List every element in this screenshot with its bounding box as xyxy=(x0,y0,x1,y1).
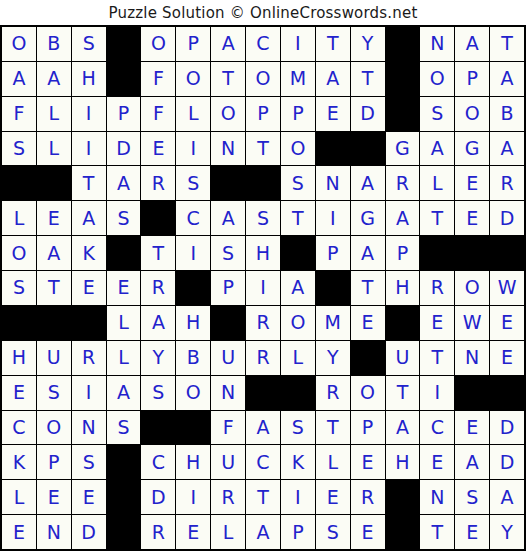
letter-cell-r6c15: D xyxy=(490,201,524,235)
letter-cell-r6c9: T xyxy=(281,201,315,235)
letter-cell-r12c9: S xyxy=(281,411,315,445)
letter-cell-r7c6: I xyxy=(176,236,210,270)
letter-cell-r2c11: T xyxy=(351,62,385,96)
black-cell-r12c6 xyxy=(176,411,210,445)
letter-cell-r9c15: E xyxy=(490,306,524,340)
letter-cell-r8c8: I xyxy=(246,271,280,305)
letter-cell-r12c14: E xyxy=(455,411,489,445)
black-cell-r9c3 xyxy=(72,306,106,340)
letter-cell-r4c2: L xyxy=(37,132,71,166)
letter-cell-r8c13: R xyxy=(420,271,454,305)
letter-cell-r8c1: S xyxy=(2,271,36,305)
letter-cell-r2c1: A xyxy=(2,62,36,96)
letter-cell-r4c15: A xyxy=(490,132,524,166)
black-cell-r7c9 xyxy=(281,236,315,270)
letter-cell-r15c13: T xyxy=(420,515,454,549)
black-cell-r9c1 xyxy=(2,306,36,340)
letter-cell-r5c4: A xyxy=(107,166,141,200)
letter-cell-r1c11: Y xyxy=(351,27,385,61)
letter-cell-r15c5: R xyxy=(141,515,175,549)
letter-cell-r9c13: E xyxy=(420,306,454,340)
letter-cell-r6c2: E xyxy=(37,201,71,235)
letter-cell-r10c12: U xyxy=(386,341,420,375)
letter-cell-r13c9: K xyxy=(281,445,315,479)
letter-cell-r15c10: S xyxy=(316,515,350,549)
letter-cell-r14c13: N xyxy=(420,480,454,514)
letter-cell-r11c7: N xyxy=(211,376,245,410)
letter-cell-r9c5: A xyxy=(141,306,175,340)
letter-cell-r4c7: N xyxy=(211,132,245,166)
letter-cell-r3c6: L xyxy=(176,97,210,131)
letter-cell-r11c13: I xyxy=(420,376,454,410)
letter-cell-r14c14: S xyxy=(455,480,489,514)
letter-cell-r3c9: P xyxy=(281,97,315,131)
letter-cell-r10c1: H xyxy=(2,341,36,375)
letter-cell-r5c13: L xyxy=(420,166,454,200)
letter-cell-r10c10: Y xyxy=(316,341,350,375)
letter-cell-r1c8: C xyxy=(246,27,280,61)
letter-cell-r4c14: G xyxy=(455,132,489,166)
letter-cell-r5c12: R xyxy=(386,166,420,200)
black-cell-r5c8 xyxy=(246,166,280,200)
letter-cell-r2c3: H xyxy=(72,62,106,96)
letter-cell-r7c2: A xyxy=(37,236,71,270)
letter-cell-r3c5: F xyxy=(141,97,175,131)
black-cell-r1c12 xyxy=(386,27,420,61)
letter-cell-r9c4: L xyxy=(107,306,141,340)
letter-cell-r10c8: R xyxy=(246,341,280,375)
letter-cell-r4c6: I xyxy=(176,132,210,166)
letter-cell-r10c5: Y xyxy=(141,341,175,375)
letter-cell-r10c2: U xyxy=(37,341,71,375)
letter-cell-r4c3: I xyxy=(72,132,106,166)
letter-cell-r2c6: O xyxy=(176,62,210,96)
letter-cell-r7c8: H xyxy=(246,236,280,270)
letter-cell-r8c4: E xyxy=(107,271,141,305)
title-bar: Puzzle Solution © OnlineCrosswords.net xyxy=(0,0,526,25)
letter-cell-r14c2: E xyxy=(37,480,71,514)
letter-cell-r10c6: B xyxy=(176,341,210,375)
letter-cell-r8c12: H xyxy=(386,271,420,305)
black-cell-r10c11 xyxy=(351,341,385,375)
letter-cell-r7c3: K xyxy=(72,236,106,270)
black-cell-r4c10 xyxy=(316,132,350,166)
black-cell-r3c12 xyxy=(386,97,420,131)
black-cell-r7c13 xyxy=(420,236,454,270)
letter-cell-r4c1: S xyxy=(2,132,36,166)
black-cell-r8c10 xyxy=(316,271,350,305)
letter-cell-r1c14: A xyxy=(455,27,489,61)
letter-cell-r14c7: R xyxy=(211,480,245,514)
letter-cell-r11c11: O xyxy=(351,376,385,410)
letter-cell-r5c5: R xyxy=(141,166,175,200)
letter-cell-r8c14: O xyxy=(455,271,489,305)
letter-cell-r4c12: G xyxy=(386,132,420,166)
letter-cell-r12c8: A xyxy=(246,411,280,445)
letter-cell-r3c4: P xyxy=(107,97,141,131)
letter-cell-r6c1: L xyxy=(2,201,36,235)
letter-cell-r3c1: F xyxy=(2,97,36,131)
letter-cell-r13c6: H xyxy=(176,445,210,479)
letter-cell-r2c7: T xyxy=(211,62,245,96)
letter-cell-r12c4: S xyxy=(107,411,141,445)
letter-cell-r6c14: E xyxy=(455,201,489,235)
letter-cell-r9c6: H xyxy=(176,306,210,340)
letter-cell-r5c6: S xyxy=(176,166,210,200)
letter-cell-r15c6: E xyxy=(176,515,210,549)
letter-cell-r10c13: T xyxy=(420,341,454,375)
letter-cell-r12c10: T xyxy=(316,411,350,445)
black-cell-r1c4 xyxy=(107,27,141,61)
letter-cell-r2c10: A xyxy=(316,62,350,96)
letter-cell-r6c11: G xyxy=(351,201,385,235)
black-cell-r7c4 xyxy=(107,236,141,270)
black-cell-r5c7 xyxy=(211,166,245,200)
letter-cell-r10c15: E xyxy=(490,341,524,375)
letter-cell-r5c11: A xyxy=(351,166,385,200)
letter-cell-r15c15: Y xyxy=(490,515,524,549)
letter-cell-r14c6: I xyxy=(176,480,210,514)
letter-cell-r5c14: E xyxy=(455,166,489,200)
letter-cell-r13c7: U xyxy=(211,445,245,479)
letter-cell-r15c1: E xyxy=(2,515,36,549)
black-cell-r6c5 xyxy=(141,201,175,235)
black-cell-r9c12 xyxy=(386,306,420,340)
letter-cell-r5c15: R xyxy=(490,166,524,200)
letter-cell-r11c6: O xyxy=(176,376,210,410)
letter-cell-r14c15: A xyxy=(490,480,524,514)
letter-cell-r1c10: T xyxy=(316,27,350,61)
letter-cell-r3c11: D xyxy=(351,97,385,131)
letter-cell-r2c14: P xyxy=(455,62,489,96)
letter-cell-r1c3: S xyxy=(72,27,106,61)
letter-cell-r15c3: D xyxy=(72,515,106,549)
letter-cell-r12c3: N xyxy=(72,411,106,445)
letter-cell-r14c3: E xyxy=(72,480,106,514)
letter-cell-r15c7: L xyxy=(211,515,245,549)
letter-cell-r15c9: P xyxy=(281,515,315,549)
letter-cell-r1c1: O xyxy=(2,27,36,61)
letter-cell-r12c13: C xyxy=(420,411,454,445)
letter-cell-r12c11: P xyxy=(351,411,385,445)
letter-cell-r2c5: F xyxy=(141,62,175,96)
letter-cell-r10c7: U xyxy=(211,341,245,375)
letter-cell-r4c8: T xyxy=(246,132,280,166)
letter-cell-r9c10: M xyxy=(316,306,350,340)
letter-cell-r6c6: C xyxy=(176,201,210,235)
letter-cell-r7c11: A xyxy=(351,236,385,270)
letter-cell-r14c10: E xyxy=(316,480,350,514)
letter-cell-r1c7: A xyxy=(211,27,245,61)
letter-cell-r13c3: S xyxy=(72,445,106,479)
black-cell-r15c12 xyxy=(386,515,420,549)
letter-cell-r2c2: A xyxy=(37,62,71,96)
letter-cell-r4c9: O xyxy=(281,132,315,166)
letter-cell-r13c14: A xyxy=(455,445,489,479)
letter-cell-r7c12: P xyxy=(386,236,420,270)
letter-cell-r13c10: L xyxy=(316,445,350,479)
letter-cell-r1c5: O xyxy=(141,27,175,61)
letter-cell-r8c7: P xyxy=(211,271,245,305)
black-cell-r13c4 xyxy=(107,445,141,479)
letter-cell-r1c13: N xyxy=(420,27,454,61)
letter-cell-r15c2: N xyxy=(37,515,71,549)
letter-cell-r1c6: P xyxy=(176,27,210,61)
letter-cell-r13c8: C xyxy=(246,445,280,479)
letter-cell-r7c1: O xyxy=(2,236,36,270)
letter-cell-r10c3: R xyxy=(72,341,106,375)
black-cell-r4c11 xyxy=(351,132,385,166)
letter-cell-r6c13: T xyxy=(420,201,454,235)
letter-cell-r10c14: N xyxy=(455,341,489,375)
black-cell-r7c15 xyxy=(490,236,524,270)
letter-cell-r14c5: D xyxy=(141,480,175,514)
black-cell-r5c2 xyxy=(37,166,71,200)
black-cell-r2c4 xyxy=(107,62,141,96)
letter-cell-r11c3: I xyxy=(72,376,106,410)
letter-cell-r10c9: L xyxy=(281,341,315,375)
letter-cell-r5c9: S xyxy=(281,166,315,200)
black-cell-r15c4 xyxy=(107,515,141,549)
letter-cell-r3c14: O xyxy=(455,97,489,131)
letter-cell-r13c15: D xyxy=(490,445,524,479)
letter-cell-r12c12: A xyxy=(386,411,420,445)
letter-cell-r8c2: T xyxy=(37,271,71,305)
letter-cell-r14c8: T xyxy=(246,480,280,514)
letter-cell-r3c7: O xyxy=(211,97,245,131)
letter-cell-r3c2: L xyxy=(37,97,71,131)
page-title: Puzzle Solution © OnlineCrosswords.net xyxy=(108,4,417,22)
letter-cell-r7c5: T xyxy=(141,236,175,270)
letter-cell-r11c10: R xyxy=(316,376,350,410)
black-cell-r7c14 xyxy=(455,236,489,270)
letter-cell-r4c13: A xyxy=(420,132,454,166)
letter-cell-r2c13: O xyxy=(420,62,454,96)
letter-cell-r11c1: E xyxy=(2,376,36,410)
letter-cell-r11c12: T xyxy=(386,376,420,410)
black-cell-r9c7 xyxy=(211,306,245,340)
letter-cell-r3c8: P xyxy=(246,97,280,131)
black-cell-r11c15 xyxy=(490,376,524,410)
letter-cell-r3c13: S xyxy=(420,97,454,131)
letter-cell-r6c10: I xyxy=(316,201,350,235)
letter-cell-r11c4: A xyxy=(107,376,141,410)
letter-cell-r14c9: I xyxy=(281,480,315,514)
letter-cell-r1c15: T xyxy=(490,27,524,61)
letter-cell-r12c15: D xyxy=(490,411,524,445)
letter-cell-r14c11: R xyxy=(351,480,385,514)
letter-cell-r7c7: S xyxy=(211,236,245,270)
black-cell-r11c14 xyxy=(455,376,489,410)
letter-cell-r9c14: W xyxy=(455,306,489,340)
letter-cell-r8c9: A xyxy=(281,271,315,305)
letter-cell-r2c8: O xyxy=(246,62,280,96)
letter-cell-r12c1: C xyxy=(2,411,36,445)
black-cell-r8c6 xyxy=(176,271,210,305)
letter-cell-r10c4: L xyxy=(107,341,141,375)
letter-cell-r8c11: T xyxy=(351,271,385,305)
black-cell-r5c1 xyxy=(2,166,36,200)
letter-cell-r13c12: H xyxy=(386,445,420,479)
letter-cell-r1c2: B xyxy=(37,27,71,61)
letter-cell-r13c1: K xyxy=(2,445,36,479)
letter-cell-r11c5: S xyxy=(141,376,175,410)
letter-cell-r9c8: R xyxy=(246,306,280,340)
letter-cell-r3c10: E xyxy=(316,97,350,131)
letter-cell-r14c1: L xyxy=(2,480,36,514)
black-cell-r11c8 xyxy=(246,376,280,410)
black-cell-r14c4 xyxy=(107,480,141,514)
letter-cell-r7c10: P xyxy=(316,236,350,270)
letter-cell-r4c5: E xyxy=(141,132,175,166)
letter-cell-r8c15: W xyxy=(490,271,524,305)
letter-cell-r15c14: E xyxy=(455,515,489,549)
black-cell-r12c5 xyxy=(141,411,175,445)
letter-cell-r5c10: N xyxy=(316,166,350,200)
letter-cell-r3c3: I xyxy=(72,97,106,131)
black-cell-r9c2 xyxy=(37,306,71,340)
letter-cell-r6c12: A xyxy=(386,201,420,235)
letter-cell-r2c15: A xyxy=(490,62,524,96)
letter-cell-r6c3: A xyxy=(72,201,106,235)
letter-cell-r15c11: E xyxy=(351,515,385,549)
letter-cell-r5c3: T xyxy=(72,166,106,200)
letter-cell-r6c4: S xyxy=(107,201,141,235)
letter-cell-r9c11: E xyxy=(351,306,385,340)
letter-cell-r1c9: I xyxy=(281,27,315,61)
black-cell-r11c9 xyxy=(281,376,315,410)
letter-cell-r6c7: A xyxy=(211,201,245,235)
letter-cell-r8c5: R xyxy=(141,271,175,305)
letter-cell-r3c15: B xyxy=(490,97,524,131)
letter-cell-r12c7: F xyxy=(211,411,245,445)
letter-cell-r13c2: P xyxy=(37,445,71,479)
black-cell-r2c12 xyxy=(386,62,420,96)
letter-cell-r13c13: E xyxy=(420,445,454,479)
letter-cell-r8c3: E xyxy=(72,271,106,305)
letter-cell-r12c2: O xyxy=(37,411,71,445)
crossword-board: OBSOPACITYNATAAHFOTOMATOPAFLIPFLOPPEDSOB… xyxy=(0,25,526,551)
letter-cell-r2c9: M xyxy=(281,62,315,96)
black-cell-r14c12 xyxy=(386,480,420,514)
letter-cell-r6c8: S xyxy=(246,201,280,235)
letter-cell-r15c8: A xyxy=(246,515,280,549)
letter-cell-r13c11: E xyxy=(351,445,385,479)
letter-cell-r13c5: C xyxy=(141,445,175,479)
letter-cell-r4c4: D xyxy=(107,132,141,166)
letter-cell-r11c2: S xyxy=(37,376,71,410)
letter-cell-r9c9: O xyxy=(281,306,315,340)
